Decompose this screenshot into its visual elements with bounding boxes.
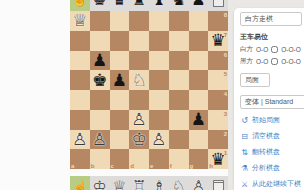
rank-coordinate-5: 5 [224,71,227,77]
editor-link-1[interactable]: ⊟清空棋盘 [240,131,304,141]
square-f7[interactable] [169,31,189,51]
white-pawn[interactable]: ♙ [129,110,149,130]
square-g6[interactable] [189,51,209,71]
spare-white-king[interactable]: ♔ [90,176,110,190]
square-g1[interactable]: g [189,149,209,169]
white-king[interactable]: ♔ [129,130,149,150]
spare-black-knight[interactable]: ♞ [169,0,189,11]
black-knight-icon: ♞ [171,0,185,8]
castling-label: 王车易位 [240,32,304,42]
white-rook-icon: ♖ [132,179,146,190]
square-f1[interactable]: f [169,149,189,169]
black-pawn[interactable]: ♟ [110,70,130,90]
square-d1[interactable]: d [129,149,149,169]
hand-icon: ☝ [72,0,87,6]
square-b5[interactable]: ♚ [90,70,110,90]
square-c2[interactable] [110,130,130,150]
square-d6[interactable] [129,51,149,71]
square-e1[interactable]: e [149,149,169,169]
square-f2[interactable] [169,130,189,150]
white-pawn[interactable]: ♙ [149,130,169,150]
spare-black-pawn[interactable]: ♟ [189,0,209,11]
square-b7[interactable] [90,31,110,51]
square-d3[interactable]: ♙ [129,110,149,130]
spare-black-rook[interactable]: ♜ [129,0,149,11]
square-e6[interactable] [149,51,169,71]
square-f8[interactable] [169,11,189,31]
square-b2[interactable]: ♙ [90,130,110,150]
turn-select-value: 白方走棋 [245,14,273,24]
editor-link-0[interactable]: ↺初始局面 [240,115,304,125]
castling-white-label: 白方 [240,45,253,54]
hand-icon: ☝ [72,181,87,190]
trash-tool-white[interactable] [208,176,228,190]
square-c5[interactable]: ♟ [110,70,130,90]
spare-white-knight[interactable]: ♘ [169,176,189,190]
trash-icon [213,0,224,7]
square-h4[interactable]: 4 [208,90,228,110]
black-bishop-icon: ♝ [152,0,166,8]
black-pawn-icon: ♟ [191,0,205,8]
file-coordinate-c: c [111,163,114,169]
file-coordinate-g: g [190,163,194,169]
square-a6[interactable] [70,51,90,71]
white-pawn[interactable]: ♙ [70,130,90,150]
square-a2[interactable]: ♙ [70,130,90,150]
spare-white-rook[interactable]: ♖ [129,176,149,190]
square-c4[interactable] [110,90,130,110]
analysis-icon: ⚗ [240,164,249,173]
square-h3[interactable]: 3 [208,110,228,130]
rank-coordinate-2: 2 [224,131,227,137]
editor-link-3[interactable]: ⚗分析棋盘 [240,163,304,173]
castling-white-short-checkbox[interactable] [271,46,278,53]
variant-select-value: 变体 | Standard [245,97,293,107]
castling-white-long-label: O-O-O [281,46,301,53]
editor-settings-card: 白方走棋 王车易位 白方 O-O O-O-O 黑方 O-O O-O-O 局面 变… [234,8,304,190]
black-rook-icon: ♜ [132,0,146,8]
square-b1[interactable]: b [90,149,110,169]
square-d7[interactable] [129,31,149,51]
hand-tool-black[interactable]: ☝ [70,0,90,11]
board-editor-screen: ☝♚♛♜♝♞♟ ♕87♛♟6♚♟♘54♙♟3♙♙♔♙2abcdefgh1♛ ☝♔… [0,0,304,190]
castling-white-short-label: O-O [256,46,268,53]
editor-actions: ↺初始局面⊟清空棋盘⇅翻转棋盘⚗分析棋盘⚔从此处继续下棋▤研习 [240,115,304,190]
square-d2[interactable]: ♔ [129,130,149,150]
square-h8[interactable]: 8 [208,11,228,31]
flip-icon: ⇅ [240,148,249,157]
restart-icon: ↺ [240,116,249,125]
spare-white-pawn[interactable]: ♙ [189,176,209,190]
square-e2[interactable]: ♙ [149,130,169,150]
castling-black-short-label: O-O [256,58,268,65]
black-pawn[interactable]: ♟ [90,51,110,71]
square-c3[interactable] [110,110,130,130]
white-bishop-icon: ♗ [152,179,166,190]
square-g4[interactable] [189,90,209,110]
square-g2[interactable] [189,130,209,150]
editor-link-label: 分析棋盘 [252,163,280,173]
castling-black-short-checkbox[interactable] [271,58,278,65]
square-c1[interactable]: c [110,149,130,169]
trash-icon: ⊟ [240,132,249,141]
square-d4[interactable] [129,90,149,110]
editor-link-label: 初始局面 [252,115,280,125]
black-pawn[interactable]: ♟ [189,110,209,130]
spare-white-queen[interactable]: ♕ [110,176,130,190]
white-knight-icon: ♘ [171,179,185,190]
square-b8[interactable] [90,11,110,31]
turn-select[interactable]: 白方走棋 [240,12,302,26]
square-g3[interactable]: ♟ [189,110,209,130]
trash-icon [213,180,224,190]
square-a3[interactable] [70,110,90,130]
square-h6[interactable]: 6 [208,51,228,71]
square-a8[interactable]: ♕ [70,11,90,31]
square-b4[interactable] [90,90,110,110]
editor-link-label: 清空棋盘 [252,131,280,141]
black-queen[interactable]: ♛ [208,149,228,169]
variant-select[interactable]: 变体 | Standard [240,95,304,109]
castling-black-label: 黑方 [240,57,253,66]
editor-link-4[interactable]: ⚔从此处继续下棋 [240,179,304,189]
file-coordinate-e: e [150,163,153,169]
chess-board[interactable]: ♕87♛♟6♚♟♘54♙♟3♙♙♔♙2abcdefgh1♛ [70,11,228,169]
square-e5[interactable] [149,70,169,90]
file-coordinate-a: a [71,163,74,169]
white-knight[interactable]: ♘ [129,70,149,90]
file-coordinate-b: b [91,163,95,169]
spare-black-bishop[interactable]: ♝ [149,0,169,11]
square-b6[interactable]: ♟ [90,51,110,71]
spare-pieces-black: ☝♚♛♜♝♞♟ [70,0,228,11]
black-queen[interactable]: ♛ [208,31,228,51]
square-a7[interactable] [70,31,90,51]
black-king-icon: ♚ [92,0,106,8]
square-h5[interactable]: 5 [208,70,228,90]
rank-coordinate-8: 8 [224,12,227,18]
square-a1[interactable]: a [70,149,90,169]
rank-coordinate-6: 6 [224,52,227,58]
square-g5[interactable] [189,70,209,90]
position-select-value: 局面 [245,75,259,85]
square-c7[interactable] [110,31,130,51]
white-king-icon: ♔ [92,179,106,190]
square-f6[interactable] [169,51,189,71]
white-queen-icon: ♕ [112,179,126,190]
square-h7[interactable]: 7♛ [208,31,228,51]
spare-black-queen[interactable]: ♛ [110,0,130,11]
rank-coordinate-4: 4 [224,91,227,97]
editor-link-2[interactable]: ⇅翻转棋盘 [240,147,304,157]
square-g8[interactable] [189,11,209,31]
swords-icon: ⚔ [240,180,249,189]
square-f3[interactable] [169,110,189,130]
square-b3[interactable] [90,110,110,130]
spare-white-bishop[interactable]: ♗ [149,176,169,190]
square-g7[interactable] [189,31,209,51]
position-select[interactable]: 局面 [240,73,270,87]
editor-link-label: 翻转棋盘 [252,147,280,157]
square-a4[interactable] [70,90,90,110]
editor-link-label: 从此处继续下棋 [252,179,301,189]
trash-tool-black[interactable] [208,0,228,11]
file-coordinate-f: f [170,163,172,169]
white-pawn-icon: ♙ [191,179,205,190]
square-c8[interactable] [110,11,130,31]
square-f4[interactable] [169,90,189,110]
hand-tool-white[interactable]: ☝ [70,176,90,190]
white-queen[interactable]: ♕ [70,11,90,31]
file-coordinate-d: d [130,163,134,169]
square-d8[interactable] [129,11,149,31]
black-king[interactable]: ♚ [90,70,110,90]
square-e7[interactable] [149,31,169,51]
white-pawn[interactable]: ♙ [90,130,110,150]
spare-black-king[interactable]: ♚ [90,0,110,11]
square-h2[interactable]: 2 [208,130,228,150]
castling-white-row: 白方 O-O O-O-O [240,45,304,54]
square-e3[interactable] [149,110,169,130]
castling-black-row: 黑方 O-O O-O-O [240,57,304,66]
spare-pieces-white: ☝♔♕♖♗♘♙ [70,176,228,190]
castling-black-long-label: O-O-O [281,58,301,65]
square-d5[interactable]: ♘ [129,70,149,90]
square-e8[interactable] [149,11,169,31]
square-c6[interactable] [110,51,130,71]
square-a5[interactable] [70,70,90,90]
black-queen-icon: ♛ [112,0,126,8]
square-e4[interactable] [149,90,169,110]
square-f5[interactable] [169,70,189,90]
rank-coordinate-3: 3 [224,111,227,117]
square-h1[interactable]: h1♛ [208,149,228,169]
